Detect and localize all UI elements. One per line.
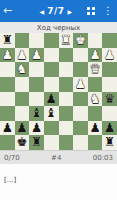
square-c5[interactable] [73, 92, 88, 107]
piece-black-pawn[interactable]: ♟ [89, 122, 100, 135]
piece-white-queen[interactable]: ♛ [89, 63, 100, 76]
square-e7[interactable] [44, 121, 59, 136]
square-b2[interactable]: ♟ [88, 48, 103, 63]
overflow-menu-icon[interactable]: ⋮ [103, 0, 113, 22]
moves-text: [...] [4, 176, 16, 184]
puzzle-grid-icon[interactable] [87, 7, 95, 15]
piece-black-rook[interactable]: ♜ [31, 136, 42, 149]
task-number-label: #4 [51, 154, 61, 162]
square-f6[interactable]: ♝ [29, 106, 44, 121]
piece-white-pawn[interactable]: ♟ [89, 49, 100, 62]
square-b3[interactable]: ♛ [88, 62, 103, 77]
square-c4[interactable]: ♟ [73, 77, 88, 92]
square-c1[interactable]: ♚ [73, 33, 88, 48]
square-f8[interactable]: ♜ [29, 135, 44, 150]
piece-black-pawn[interactable]: ♟ [46, 93, 57, 106]
square-b1[interactable] [88, 33, 103, 48]
square-f5[interactable] [29, 92, 44, 107]
square-d4[interactable] [59, 77, 74, 92]
square-d5[interactable] [59, 92, 74, 107]
turn-banner: Ход черных [0, 22, 117, 33]
piece-black-rook[interactable]: ♜ [104, 136, 115, 149]
square-a6[interactable] [102, 106, 117, 121]
piece-black-king[interactable]: ♚ [16, 136, 27, 149]
square-a8[interactable]: ♜ [102, 135, 117, 150]
square-h4[interactable] [0, 77, 15, 92]
square-e2[interactable] [44, 48, 59, 63]
piece-black-pawn[interactable]: ♟ [2, 122, 13, 135]
piece-white-knight[interactable]: ♞ [89, 93, 100, 106]
square-h3[interactable] [0, 62, 15, 77]
square-c8[interactable] [73, 135, 88, 150]
square-d6[interactable] [59, 106, 74, 121]
square-e4[interactable] [44, 77, 59, 92]
piece-black-bishop[interactable]: ♝ [46, 107, 57, 120]
timer-label: 00:03 [93, 154, 113, 162]
puzzle-counter: 7/7 [47, 6, 64, 16]
square-g3[interactable]: ♞ [15, 62, 30, 77]
square-b4[interactable] [88, 77, 103, 92]
piece-black-pawn[interactable]: ♟ [31, 122, 42, 135]
square-g8[interactable]: ♚ [15, 135, 30, 150]
square-b6[interactable] [88, 106, 103, 121]
square-b5[interactable]: ♞ [88, 92, 103, 107]
square-c7[interactable] [73, 121, 88, 136]
square-a3[interactable] [102, 62, 117, 77]
square-g4[interactable] [15, 77, 30, 92]
square-d8[interactable] [59, 135, 74, 150]
square-f2[interactable]: ♟ [29, 48, 44, 63]
piece-white-pawn[interactable]: ♟ [16, 49, 27, 62]
previous-puzzle-icon[interactable]: ◀ [40, 8, 45, 15]
piece-white-knight[interactable]: ♞ [16, 63, 27, 76]
square-f7[interactable]: ♟ [29, 121, 44, 136]
piece-white-pawn[interactable]: ♟ [2, 49, 13, 62]
next-puzzle-icon[interactable]: ▶ [68, 8, 73, 15]
square-g6[interactable] [15, 106, 30, 121]
square-h6[interactable] [0, 106, 15, 121]
square-c6[interactable] [73, 106, 88, 121]
puzzle-navigation: ◀ 7/7 ▶ [40, 0, 73, 22]
square-f4[interactable] [29, 77, 44, 92]
piece-black-queen[interactable]: ♛ [104, 93, 115, 106]
square-f3[interactable] [29, 62, 44, 77]
square-h5[interactable] [0, 92, 15, 107]
piece-white-pawn[interactable]: ♟ [31, 49, 42, 62]
square-h2[interactable]: ♟ [0, 48, 15, 63]
piece-black-pawn[interactable]: ♟ [16, 122, 27, 135]
piece-white-pawn[interactable]: ♟ [75, 78, 86, 91]
square-e1[interactable] [44, 33, 59, 48]
square-g7[interactable]: ♟ [15, 121, 30, 136]
piece-white-rook[interactable]: ♜ [60, 34, 71, 47]
square-a4[interactable] [102, 77, 117, 92]
piece-black-pawn[interactable]: ♟ [104, 122, 115, 135]
square-b8[interactable] [88, 135, 103, 150]
piece-black-bishop[interactable]: ♝ [31, 107, 42, 120]
square-d3[interactable] [59, 62, 74, 77]
moves-panel: [...] [0, 164, 117, 200]
square-e8[interactable] [44, 135, 59, 150]
square-g1[interactable] [15, 33, 30, 48]
square-c3[interactable] [73, 62, 88, 77]
back-arrow-icon[interactable]: ← [3, 0, 12, 22]
square-a5[interactable]: ♛ [102, 92, 117, 107]
turn-banner-label: Ход черных [37, 24, 80, 32]
chess-board: ♜♜♚♟♟♟♟♟♞♛♟♟♞♛♝♝♟♟♟♟♟♚♜♜ [0, 33, 117, 150]
piece-black-rook[interactable]: ♜ [2, 34, 13, 47]
square-h8[interactable] [0, 135, 15, 150]
square-d7[interactable] [59, 121, 74, 136]
square-f1[interactable] [29, 33, 44, 48]
app-bar: ← ◀ 7/7 ▶ ⋮ [0, 0, 117, 22]
square-d1[interactable]: ♜ [59, 33, 74, 48]
square-h7[interactable]: ♟ [0, 121, 15, 136]
square-c2[interactable] [73, 48, 88, 63]
square-e6[interactable]: ♝ [44, 106, 59, 121]
score-label: 0/70 [4, 154, 20, 162]
square-b7[interactable]: ♟ [88, 121, 103, 136]
square-a7[interactable]: ♟ [102, 121, 117, 136]
status-bar: 0/70 #4 00:03 [0, 150, 117, 164]
square-a2[interactable]: ♟ [102, 48, 117, 63]
square-g2[interactable]: ♟ [15, 48, 30, 63]
chess-puzzle-app: { "game": "chess", "app_bar": { "color":… [0, 0, 117, 200]
square-h1[interactable]: ♜ [0, 33, 15, 48]
square-e5[interactable]: ♟ [44, 92, 59, 107]
square-a1[interactable] [102, 33, 117, 48]
square-d2[interactable] [59, 48, 74, 63]
piece-white-pawn[interactable]: ♟ [104, 49, 115, 62]
app-bar-actions: ⋮ [87, 0, 113, 22]
piece-white-king[interactable]: ♚ [75, 34, 86, 47]
square-g5[interactable] [15, 92, 30, 107]
square-e3[interactable] [44, 62, 59, 77]
